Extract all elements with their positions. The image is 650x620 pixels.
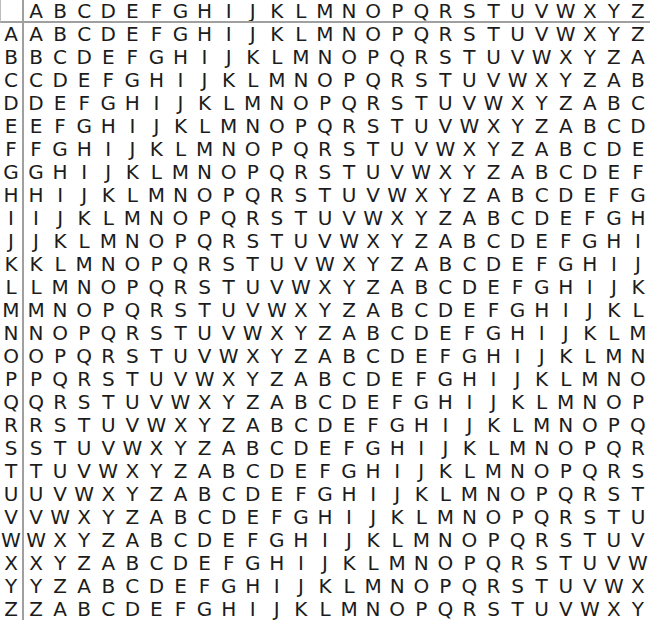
grid-cell: K xyxy=(265,23,289,46)
grid-cell: B xyxy=(385,299,409,322)
grid-cell: A xyxy=(313,344,337,367)
grid-cell: N xyxy=(217,138,241,161)
grid-cell: Q xyxy=(120,299,144,322)
grid-cell: L xyxy=(96,207,120,230)
row-header: X xyxy=(0,551,24,574)
grid-cell: D xyxy=(578,161,602,184)
grid-cell: T xyxy=(409,92,433,115)
grid-cell: V xyxy=(337,207,361,230)
row-header: H xyxy=(0,184,24,207)
grid-cell: L xyxy=(457,459,481,482)
grid-cell: O xyxy=(530,459,554,482)
grid-cell: E xyxy=(48,92,72,115)
grid-cell: X xyxy=(241,344,265,367)
row-header: E xyxy=(0,115,24,138)
grid-cell: L xyxy=(409,505,433,528)
col-header: K xyxy=(265,0,289,23)
grid-cell: Z xyxy=(48,574,72,597)
grid-cell: R xyxy=(168,276,192,299)
grid-cell: V xyxy=(385,161,409,184)
grid-cell: R xyxy=(530,528,554,551)
grid-cell: F xyxy=(457,321,481,344)
grid-cell: I xyxy=(481,367,505,390)
grid-cell: Q xyxy=(168,253,192,276)
grid-cell: S xyxy=(144,321,168,344)
grid-cell: K xyxy=(337,551,361,574)
grid-cell: L xyxy=(241,69,265,92)
grid-cell: F xyxy=(626,161,650,184)
grid-cell: S xyxy=(48,413,72,436)
grid-cell: O xyxy=(72,299,96,322)
grid-cell: V xyxy=(313,230,337,253)
grid-cell: H xyxy=(409,413,433,436)
grid-cell: P xyxy=(313,92,337,115)
grid-cell: P xyxy=(168,230,192,253)
grid-cell: P xyxy=(72,321,96,344)
grid-cell: H xyxy=(289,528,313,551)
grid-cell: V xyxy=(96,436,120,459)
grid-cell: J xyxy=(48,207,72,230)
grid-cell: O xyxy=(217,161,241,184)
grid-cell: N xyxy=(481,482,505,505)
grid-cell: X xyxy=(337,253,361,276)
grid-cell: C xyxy=(24,69,48,92)
grid-cell: B xyxy=(313,367,337,390)
grid-cell: V xyxy=(217,321,241,344)
grid-cell: O xyxy=(120,253,144,276)
grid-cell: S xyxy=(361,115,385,138)
grid-cell: B xyxy=(144,528,168,551)
grid-cell: R xyxy=(602,459,626,482)
grid-cell: E xyxy=(481,276,505,299)
grid-cell: A xyxy=(168,482,192,505)
grid-cell: N xyxy=(578,390,602,413)
grid-cell: V xyxy=(144,390,168,413)
col-header: R xyxy=(433,0,457,23)
grid-cell: A xyxy=(602,69,626,92)
grid-cell: S xyxy=(193,276,217,299)
grid-cell: S xyxy=(506,574,530,597)
grid-cell: L xyxy=(265,46,289,69)
grid-cell: T xyxy=(506,597,530,620)
grid-cell: W xyxy=(120,436,144,459)
grid-cell: L xyxy=(72,230,96,253)
row-header: F xyxy=(0,138,24,161)
grid-cell: N xyxy=(409,551,433,574)
grid-cell: M xyxy=(385,551,409,574)
grid-cell: W xyxy=(481,92,505,115)
grid-cell: U xyxy=(530,597,554,620)
grid-cell: F xyxy=(578,207,602,230)
grid-cell: Q xyxy=(626,413,650,436)
grid-cell: T xyxy=(241,253,265,276)
grid-cell: C xyxy=(241,459,265,482)
grid-cell: T xyxy=(24,459,48,482)
grid-cell: M xyxy=(48,276,72,299)
grid-cell: W xyxy=(626,551,650,574)
grid-cell: U xyxy=(265,253,289,276)
grid-cell: C xyxy=(554,161,578,184)
grid-cell: A xyxy=(361,299,385,322)
grid-cell: S xyxy=(578,505,602,528)
grid-cell: N xyxy=(144,207,168,230)
grid-cell: B xyxy=(481,207,505,230)
grid-cell: S xyxy=(530,551,554,574)
grid-cell: M xyxy=(337,597,361,620)
row-header: U xyxy=(0,482,24,505)
grid-cell: W xyxy=(409,161,433,184)
grid-cell: U xyxy=(48,459,72,482)
grid-cell: X xyxy=(48,528,72,551)
grid-cell: C xyxy=(481,230,505,253)
grid-cell: K xyxy=(506,390,530,413)
grid-cell: Y xyxy=(72,528,96,551)
grid-cell: B xyxy=(241,436,265,459)
grid-cell: X xyxy=(313,276,337,299)
grid-cell: J xyxy=(578,299,602,322)
grid-cell: K xyxy=(602,299,626,322)
grid-cell: O xyxy=(144,230,168,253)
grid-cell: N xyxy=(120,230,144,253)
grid-cell: L xyxy=(144,161,168,184)
grid-cell: L xyxy=(120,184,144,207)
grid-cell: E xyxy=(313,436,337,459)
grid-cell: M xyxy=(602,344,626,367)
grid-cell: G xyxy=(241,551,265,574)
grid-cell: D xyxy=(361,367,385,390)
col-header: T xyxy=(481,0,505,23)
grid-cell: G xyxy=(168,23,192,46)
grid-cell: E xyxy=(385,367,409,390)
grid-cell: H xyxy=(481,344,505,367)
grid-cell: Q xyxy=(313,115,337,138)
grid-cell: V xyxy=(409,138,433,161)
grid-cell: F xyxy=(337,436,361,459)
grid-cell: M xyxy=(96,230,120,253)
grid-cell: M xyxy=(481,459,505,482)
grid-cell: U xyxy=(626,505,650,528)
grid-cell: K xyxy=(457,436,481,459)
grid-cell: P xyxy=(578,436,602,459)
grid-cell: R xyxy=(48,390,72,413)
grid-cell: Q xyxy=(265,161,289,184)
grid-cell: Q xyxy=(289,138,313,161)
grid-cell: Q xyxy=(506,528,530,551)
grid-cell: Q xyxy=(193,230,217,253)
grid-cell: W xyxy=(193,367,217,390)
grid-cell: F xyxy=(241,528,265,551)
grid-cell: D xyxy=(530,207,554,230)
grid-cell: M xyxy=(144,184,168,207)
grid-cell: Z xyxy=(433,207,457,230)
grid-cell: R xyxy=(72,367,96,390)
grid-cell: H xyxy=(506,321,530,344)
grid-cell: J xyxy=(265,597,289,620)
grid-cell: G xyxy=(481,321,505,344)
grid-cell: Q xyxy=(361,69,385,92)
grid-cell: I xyxy=(433,413,457,436)
grid-cell: W xyxy=(385,184,409,207)
grid-cell: S xyxy=(337,138,361,161)
grid-cell: T xyxy=(481,23,505,46)
grid-cell: B xyxy=(48,23,72,46)
grid-cell: A xyxy=(217,436,241,459)
grid-cell: B xyxy=(72,597,96,620)
grid-cell: E xyxy=(361,390,385,413)
grid-cell: V xyxy=(289,253,313,276)
grid-cell: J xyxy=(217,46,241,69)
grid-cell: I xyxy=(96,138,120,161)
grid-cell: B xyxy=(506,184,530,207)
grid-cell: R xyxy=(626,436,650,459)
grid-cell: F xyxy=(217,551,241,574)
grid-cell: V xyxy=(120,413,144,436)
grid-cell: T xyxy=(48,436,72,459)
row-header: K xyxy=(0,253,24,276)
grid-cell: Z xyxy=(578,69,602,92)
grid-cell: N xyxy=(96,253,120,276)
grid-cell: B xyxy=(602,92,626,115)
grid-cell: R xyxy=(481,574,505,597)
grid-cell: T xyxy=(457,46,481,69)
grid-cell: P xyxy=(626,390,650,413)
grid-cell: Z xyxy=(265,367,289,390)
grid-cell: X xyxy=(193,390,217,413)
grid-cell: P xyxy=(120,276,144,299)
grid-cell: K xyxy=(120,161,144,184)
grid-cell: H xyxy=(433,390,457,413)
grid-cell: P xyxy=(241,161,265,184)
grid-cell: D xyxy=(217,505,241,528)
row-header: J xyxy=(0,230,24,253)
grid-cell: Z xyxy=(168,459,192,482)
grid-cell: B xyxy=(96,574,120,597)
grid-cell: R xyxy=(313,138,337,161)
grid-cell: Z xyxy=(144,482,168,505)
grid-cell: P xyxy=(144,253,168,276)
row-header: I xyxy=(0,207,24,230)
grid-cell: J xyxy=(506,367,530,390)
grid-cell: W xyxy=(578,597,602,620)
grid-cell: R xyxy=(289,161,313,184)
grid-cell: L xyxy=(313,597,337,620)
grid-cell: J xyxy=(241,23,265,46)
grid-cell: G xyxy=(578,230,602,253)
grid-cell: A xyxy=(457,207,481,230)
grid-cell: D xyxy=(265,459,289,482)
grid-cell: H xyxy=(313,505,337,528)
grid-cell: C xyxy=(530,184,554,207)
grid-cell: O xyxy=(554,436,578,459)
grid-cell: Y xyxy=(193,413,217,436)
grid-cell: R xyxy=(409,46,433,69)
grid-cell: C xyxy=(48,46,72,69)
grid-cell: N xyxy=(361,597,385,620)
grid-cell: T xyxy=(626,482,650,505)
grid-cell: R xyxy=(506,551,530,574)
grid-cell: X xyxy=(626,574,650,597)
grid-cell: C xyxy=(313,390,337,413)
grid-cell: M xyxy=(626,321,650,344)
grid-cell: B xyxy=(193,482,217,505)
grid-cell: A xyxy=(433,230,457,253)
grid-cell: Z xyxy=(554,92,578,115)
grid-cell: J xyxy=(72,184,96,207)
grid-cell: R xyxy=(120,321,144,344)
grid-cell: D xyxy=(337,390,361,413)
grid-cell: X xyxy=(409,184,433,207)
grid-cell: Y xyxy=(337,276,361,299)
grid-cell: V xyxy=(602,551,626,574)
grid-cell: U xyxy=(193,321,217,344)
grid-cell: X xyxy=(385,207,409,230)
grid-cell: S xyxy=(626,459,650,482)
grid-cell: K xyxy=(96,184,120,207)
grid-cell: Y xyxy=(241,367,265,390)
grid-cell: H xyxy=(72,138,96,161)
grid-cell: I xyxy=(168,69,192,92)
grid-cell: N xyxy=(313,46,337,69)
grid-cell: O xyxy=(24,344,48,367)
row-header: P xyxy=(0,367,24,390)
row-header: D xyxy=(0,92,24,115)
grid-cell: V xyxy=(241,299,265,322)
grid-cell: F xyxy=(433,344,457,367)
grid-cell: A xyxy=(385,276,409,299)
grid-cell: G xyxy=(144,46,168,69)
grid-cell: W xyxy=(72,482,96,505)
grid-cell: L xyxy=(24,276,48,299)
grid-cell: A xyxy=(409,253,433,276)
grid-cell: P xyxy=(24,367,48,390)
grid-cell: E xyxy=(193,551,217,574)
grid-cell: A xyxy=(96,551,120,574)
grid-cell: H xyxy=(337,482,361,505)
grid-cell: Z xyxy=(602,46,626,69)
grid-cell: N xyxy=(457,505,481,528)
row-header: R xyxy=(0,413,24,436)
grid-cell: V xyxy=(193,344,217,367)
grid-cell: L xyxy=(168,138,192,161)
grid-cell: C xyxy=(72,23,96,46)
grid-cell: N xyxy=(72,276,96,299)
grid-cell: V xyxy=(578,574,602,597)
grid-cell: C xyxy=(168,528,192,551)
grid-cell: D xyxy=(120,597,144,620)
grid-cell: T xyxy=(265,230,289,253)
grid-cell: W xyxy=(96,459,120,482)
grid-cell: D xyxy=(481,253,505,276)
grid-cell: B xyxy=(361,321,385,344)
row-header: T xyxy=(0,459,24,482)
grid-cell: I xyxy=(578,276,602,299)
grid-cell: E xyxy=(626,138,650,161)
grid-cell: R xyxy=(193,253,217,276)
grid-cell: M xyxy=(72,253,96,276)
grid-cell: K xyxy=(24,253,48,276)
grid-cell: E xyxy=(265,482,289,505)
grid-cell: J xyxy=(409,459,433,482)
grid-cell: O xyxy=(241,138,265,161)
grid-cell: Z xyxy=(24,597,48,620)
grid-cell: L xyxy=(626,299,650,322)
grid-cell: Y xyxy=(217,390,241,413)
grid-cell: U xyxy=(241,276,265,299)
grid-cell: Y xyxy=(289,321,313,344)
grid-cell: H xyxy=(265,551,289,574)
grid-cell: U xyxy=(289,230,313,253)
grid-cell: Q xyxy=(48,367,72,390)
grid-cell: Q xyxy=(72,344,96,367)
grid-cell: M xyxy=(578,367,602,390)
grid-cell: H xyxy=(24,184,48,207)
grid-cell: M xyxy=(193,138,217,161)
grid-cell: I xyxy=(457,390,481,413)
grid-cell: Z xyxy=(217,413,241,436)
grid-cell: Y xyxy=(626,597,650,620)
grid-cell: E xyxy=(217,528,241,551)
grid-cell: I xyxy=(144,92,168,115)
grid-cell: L xyxy=(361,551,385,574)
grid-cell: H xyxy=(602,230,626,253)
grid-cell: M xyxy=(24,299,48,322)
grid-cell: B xyxy=(433,253,457,276)
grid-cell: U xyxy=(313,207,337,230)
grid-cell: G xyxy=(337,459,361,482)
grid-cell: W xyxy=(433,138,457,161)
grid-cell: I xyxy=(409,436,433,459)
grid-cell: Q xyxy=(96,321,120,344)
grid-cell: H xyxy=(193,23,217,46)
grid-cell: X xyxy=(168,413,192,436)
grid-cell: O xyxy=(48,321,72,344)
grid-cell: I xyxy=(530,321,554,344)
grid-cell: A xyxy=(265,390,289,413)
grid-cell: H xyxy=(361,459,385,482)
grid-cell: Z xyxy=(626,23,650,46)
tabula-recta-board: ABCDEFGHIJKLMNOPQRSTUVWXYZAABCDEFGHIJKLM… xyxy=(0,0,650,620)
col-header: Y xyxy=(602,0,626,23)
grid-cell: J xyxy=(24,230,48,253)
grid-cell: G xyxy=(96,92,120,115)
grid-cell: Z xyxy=(193,436,217,459)
grid-cell: C xyxy=(120,574,144,597)
grid-cell: W xyxy=(265,299,289,322)
grid-cell: B xyxy=(626,69,650,92)
grid-cell: G xyxy=(72,115,96,138)
grid-cell: W xyxy=(217,344,241,367)
grid-cell: I xyxy=(120,115,144,138)
row-header: G xyxy=(0,161,24,184)
grid-cell: G xyxy=(48,138,72,161)
grid-cell: Z xyxy=(385,253,409,276)
grid-cell: L xyxy=(530,390,554,413)
grid-cell: Z xyxy=(241,390,265,413)
row-header: A xyxy=(0,23,24,46)
grid-cell: F xyxy=(313,459,337,482)
grid-cell: E xyxy=(554,207,578,230)
grid-cell: D xyxy=(144,574,168,597)
grid-cell: M xyxy=(289,46,313,69)
grid-cell: F xyxy=(48,115,72,138)
grid-cell: F xyxy=(602,184,626,207)
grid-cell: X xyxy=(217,367,241,390)
grid-cell: L xyxy=(48,253,72,276)
grid-cell: Q xyxy=(433,597,457,620)
grid-cell: X xyxy=(120,459,144,482)
grid-cell: I xyxy=(289,551,313,574)
grid-cell: T xyxy=(578,528,602,551)
